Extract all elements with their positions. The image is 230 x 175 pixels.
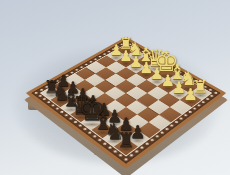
black-rook-icon: ♜ xyxy=(117,130,135,150)
pieces-layer: ♜♞♟♝♟♛♟♚♟♝♟♞♟♟♜♟♟♜♟♟♞♟♝♟♛♟♚♟♝♟♞♜ xyxy=(0,0,230,175)
piece-white-pawn-h2[interactable]: ♟ xyxy=(183,87,198,103)
photo-canvas: ♜♞♟♝♟♛♟♚♟♝♟♞♟♟♜♟♟♜♟♟♞♟♝♟♛♟♚♟♝♟♞♜ xyxy=(0,0,230,175)
white-pawn-icon: ♟ xyxy=(183,87,198,103)
piece-black-rook-h8[interactable]: ♜ xyxy=(117,130,135,150)
